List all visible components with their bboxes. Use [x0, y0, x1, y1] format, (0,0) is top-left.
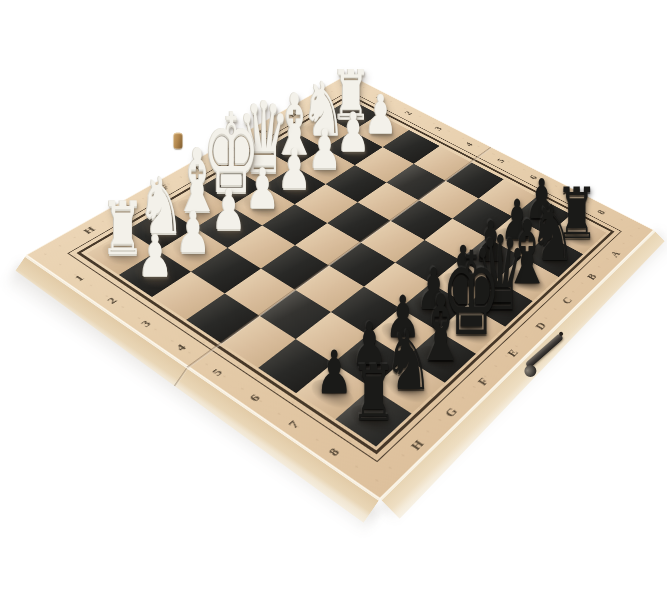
pieces-layer: ♜♞♝♛♚♝♞♜♟♟♟♟♟♟♟♟♟♟♟♟♟♟♟♟♜♞♝♛♚♝♞♜: [0, 0, 667, 600]
chess-board-photo: 11AA22BB33CC44DD55EE66FF77GG88HH ♜♞♝♛♚♝♞…: [0, 0, 667, 600]
piece-black-rook-h8[interactable]: ♜: [351, 356, 397, 433]
piece-black-pawn-h7[interactable]: ♟: [316, 344, 353, 404]
piece-white-pawn-e2[interactable]: ♟: [245, 162, 279, 218]
piece-white-pawn-f2[interactable]: ♟: [212, 183, 247, 239]
piece-white-pawn-h2[interactable]: ♟: [137, 228, 173, 286]
piece-white-pawn-g2[interactable]: ♟: [176, 205, 211, 262]
piece-white-pawn-d2[interactable]: ♟: [278, 142, 312, 197]
piece-white-pawn-c2[interactable]: ♟: [308, 124, 342, 179]
